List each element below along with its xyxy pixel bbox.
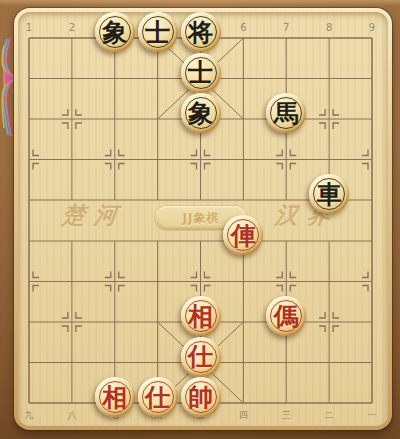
piece-black-horse[interactable]: 馬	[266, 93, 306, 133]
piece-glyph: 帥	[181, 377, 221, 417]
piece-black-general[interactable]: 将	[181, 12, 221, 52]
piece-black-advisor[interactable]: 士	[181, 53, 221, 93]
piece-glyph: 士	[181, 53, 221, 93]
piece-glyph: 傌	[266, 296, 306, 336]
piece-red-horse[interactable]: 傌	[266, 296, 306, 336]
piece-glyph: 象	[181, 93, 221, 133]
piece-glyph: 仕	[138, 377, 178, 417]
app-background: 123456789 九八七六五四三二一 楚河 汉界 JJ象棋 象士将士象馬車俥相…	[0, 0, 400, 439]
piece-glyph: 象	[95, 12, 135, 52]
piece-black-advisor[interactable]: 士	[138, 12, 178, 52]
piece-red-advisor[interactable]: 仕	[138, 377, 178, 417]
piece-glyph: 車	[309, 174, 349, 214]
piece-red-elephant[interactable]: 相	[181, 296, 221, 336]
piece-red-general[interactable]: 帥	[181, 377, 221, 417]
piece-glyph: 仕	[181, 337, 221, 377]
piece-black-chariot[interactable]: 車	[309, 174, 349, 214]
piece-glyph: 将	[181, 12, 221, 52]
piece-glyph: 相	[181, 296, 221, 336]
piece-glyph: 馬	[266, 93, 306, 133]
piece-red-elephant[interactable]: 相	[95, 377, 135, 417]
piece-glyph: 士	[138, 12, 178, 52]
piece-glyph: 相	[95, 377, 135, 417]
river-logo-text: JJ象棋	[183, 210, 220, 227]
piece-black-elephant[interactable]: 象	[95, 12, 135, 52]
piece-black-elephant[interactable]: 象	[181, 93, 221, 133]
piece-red-advisor[interactable]: 仕	[181, 337, 221, 377]
